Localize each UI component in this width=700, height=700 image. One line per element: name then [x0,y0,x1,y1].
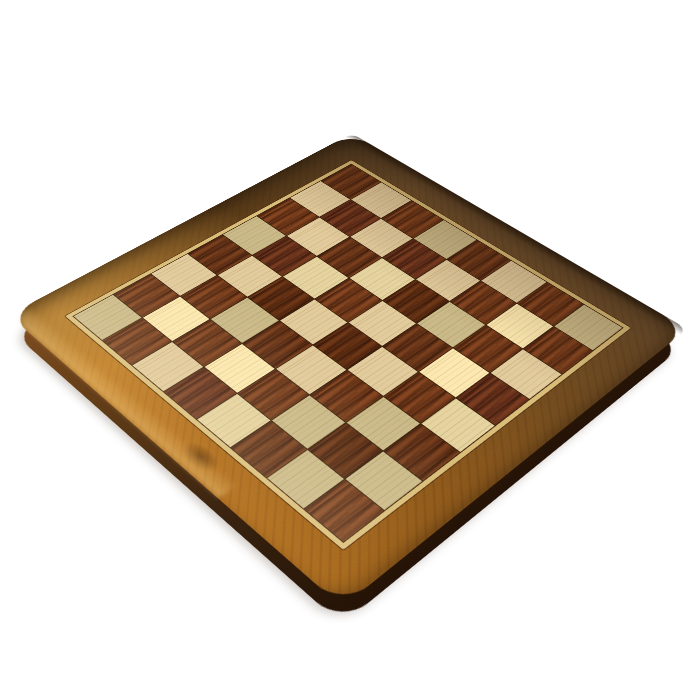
inlay-border [65,160,631,550]
chessboard [9,133,688,607]
board-grid [74,164,623,541]
chessboard-photo [0,0,700,700]
